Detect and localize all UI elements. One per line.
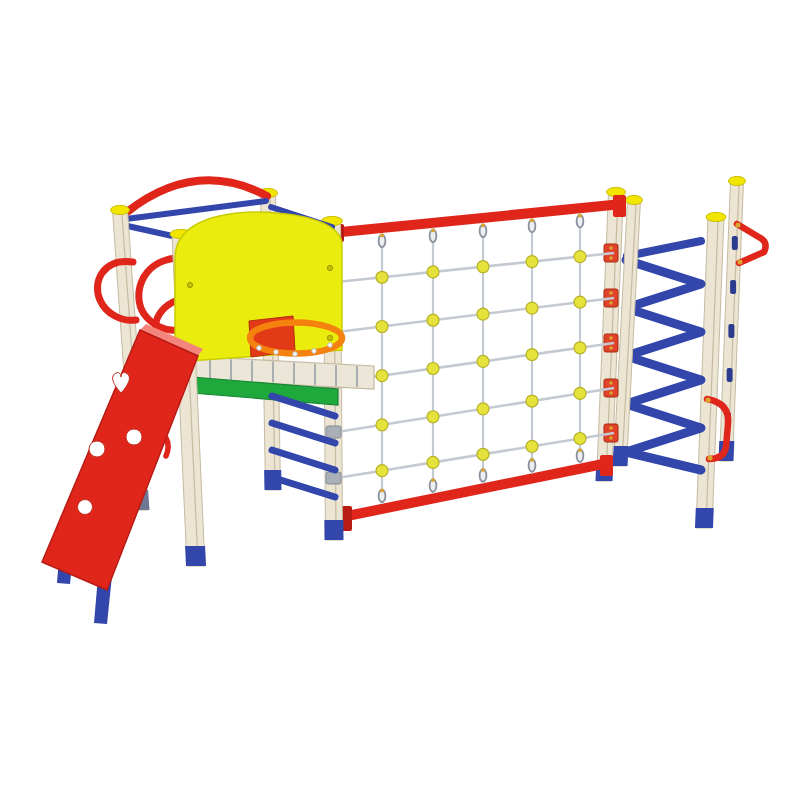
- net-hooklet: [328, 343, 333, 348]
- rope-grid-group: [326, 213, 614, 504]
- carabiner-hook: [577, 448, 584, 462]
- rope-connector-ball: [376, 271, 388, 283]
- hook-eye: [431, 228, 435, 232]
- carabiner-hook: [379, 488, 386, 502]
- rope-connector-ball: [574, 251, 586, 263]
- rope-connector-ball: [477, 355, 489, 367]
- rope-connector-ball: [376, 465, 388, 477]
- bracket-bolt: [609, 301, 613, 305]
- post-cap: [729, 176, 746, 185]
- support-post-far-front: [695, 212, 726, 528]
- bracket-bolt: [609, 381, 613, 385]
- carabiner-hook: [480, 223, 487, 237]
- post-foot: [185, 546, 206, 566]
- rope-bracket-gray: [326, 472, 341, 484]
- rope-connector-ball: [477, 403, 489, 415]
- rope-connector-ball: [376, 370, 388, 382]
- rope-connector-ball: [526, 349, 538, 361]
- rope-connector-ball: [526, 440, 538, 452]
- carabiner-hook: [430, 478, 437, 492]
- carabiner-hook: [480, 468, 487, 482]
- ramp-hole: [126, 429, 142, 445]
- bracket-bolt: [609, 246, 613, 250]
- handle-bolt: [737, 259, 742, 264]
- hook-eye: [380, 488, 384, 492]
- ramp-hole: [89, 441, 105, 457]
- rope-connector-ball: [526, 302, 538, 314]
- bracket-bolt: [609, 391, 613, 395]
- post-grip-dash: [732, 236, 738, 250]
- handle-bolt: [735, 222, 740, 227]
- bracket-bolt: [609, 336, 613, 340]
- hook-eye: [578, 448, 582, 452]
- hook-eye: [530, 458, 534, 462]
- post-grip-dash: [728, 324, 734, 338]
- post-cap: [111, 205, 130, 214]
- bracket-bolt: [609, 436, 613, 440]
- rope-connector-ball: [427, 362, 439, 374]
- carabiner-hook: [430, 228, 437, 242]
- rope-connector-ball: [477, 448, 489, 460]
- rope-bracket-gray: [326, 426, 341, 438]
- post-foot: [613, 446, 629, 466]
- rope-connector-ball: [427, 456, 439, 468]
- climbing-ramp-board: [42, 330, 198, 590]
- carabiner-hook: [529, 458, 536, 472]
- rail-end-plate: [613, 195, 626, 217]
- backboard-bolt: [327, 265, 332, 270]
- post-body: [696, 217, 724, 528]
- net-hooklet: [274, 350, 279, 355]
- carabiner-hook: [577, 214, 584, 228]
- post-foot: [695, 508, 714, 528]
- bracket-bolt: [609, 426, 613, 430]
- hook-eye: [380, 234, 384, 238]
- backboard-bolt: [327, 335, 332, 340]
- bracket-bolt: [609, 256, 613, 260]
- ramp-hole: [78, 500, 93, 515]
- net-hooklet: [312, 349, 317, 354]
- rope-connector-ball: [376, 419, 388, 431]
- hook-eye: [578, 214, 582, 218]
- net-right-posts-group: [596, 187, 643, 481]
- handle-bolt: [705, 397, 710, 402]
- bracket-bolt: [609, 291, 613, 295]
- carabiner-hook: [529, 219, 536, 233]
- hook-eye: [431, 478, 435, 482]
- playground-structure: [0, 0, 800, 800]
- basketball-group: [175, 212, 342, 362]
- post-grip-dash: [730, 280, 736, 294]
- handle-bolt: [707, 455, 712, 460]
- rope-connector-ball: [477, 261, 489, 273]
- zigzag-ladder-group: [626, 241, 701, 470]
- rope-connector-ball: [574, 342, 586, 354]
- post-foot: [324, 520, 343, 540]
- rope-connector-ball: [427, 314, 439, 326]
- rope-connector-ball: [574, 433, 586, 445]
- guard-rail: [123, 225, 177, 237]
- zigzag-rung-bar: [626, 260, 701, 470]
- rope-connector-ball: [376, 320, 388, 332]
- rope-connector-ball: [427, 411, 439, 423]
- climbing-ramp-group: [42, 324, 203, 590]
- hook-eye: [481, 223, 485, 227]
- rope-connector-ball: [427, 266, 439, 278]
- product-photo: [0, 0, 800, 800]
- backboard-bolt: [187, 282, 192, 287]
- bracket-bolt: [609, 346, 613, 350]
- hook-eye: [481, 468, 485, 472]
- rope-connector-ball: [526, 395, 538, 407]
- post-grip-dash: [727, 368, 733, 382]
- rope-connector-ball: [526, 256, 538, 268]
- rope-connector-ball: [574, 296, 586, 308]
- net-hooklet: [257, 346, 262, 351]
- rail-end-plate: [600, 455, 613, 476]
- post-cap: [706, 212, 726, 221]
- net-hooklet: [293, 352, 298, 357]
- rope-connector-ball: [574, 387, 586, 399]
- carabiner-hook: [379, 234, 386, 248]
- hook-eye: [530, 219, 534, 223]
- right-frame-group: [695, 176, 766, 528]
- post-cap: [626, 195, 643, 204]
- rope-connector-ball: [477, 308, 489, 320]
